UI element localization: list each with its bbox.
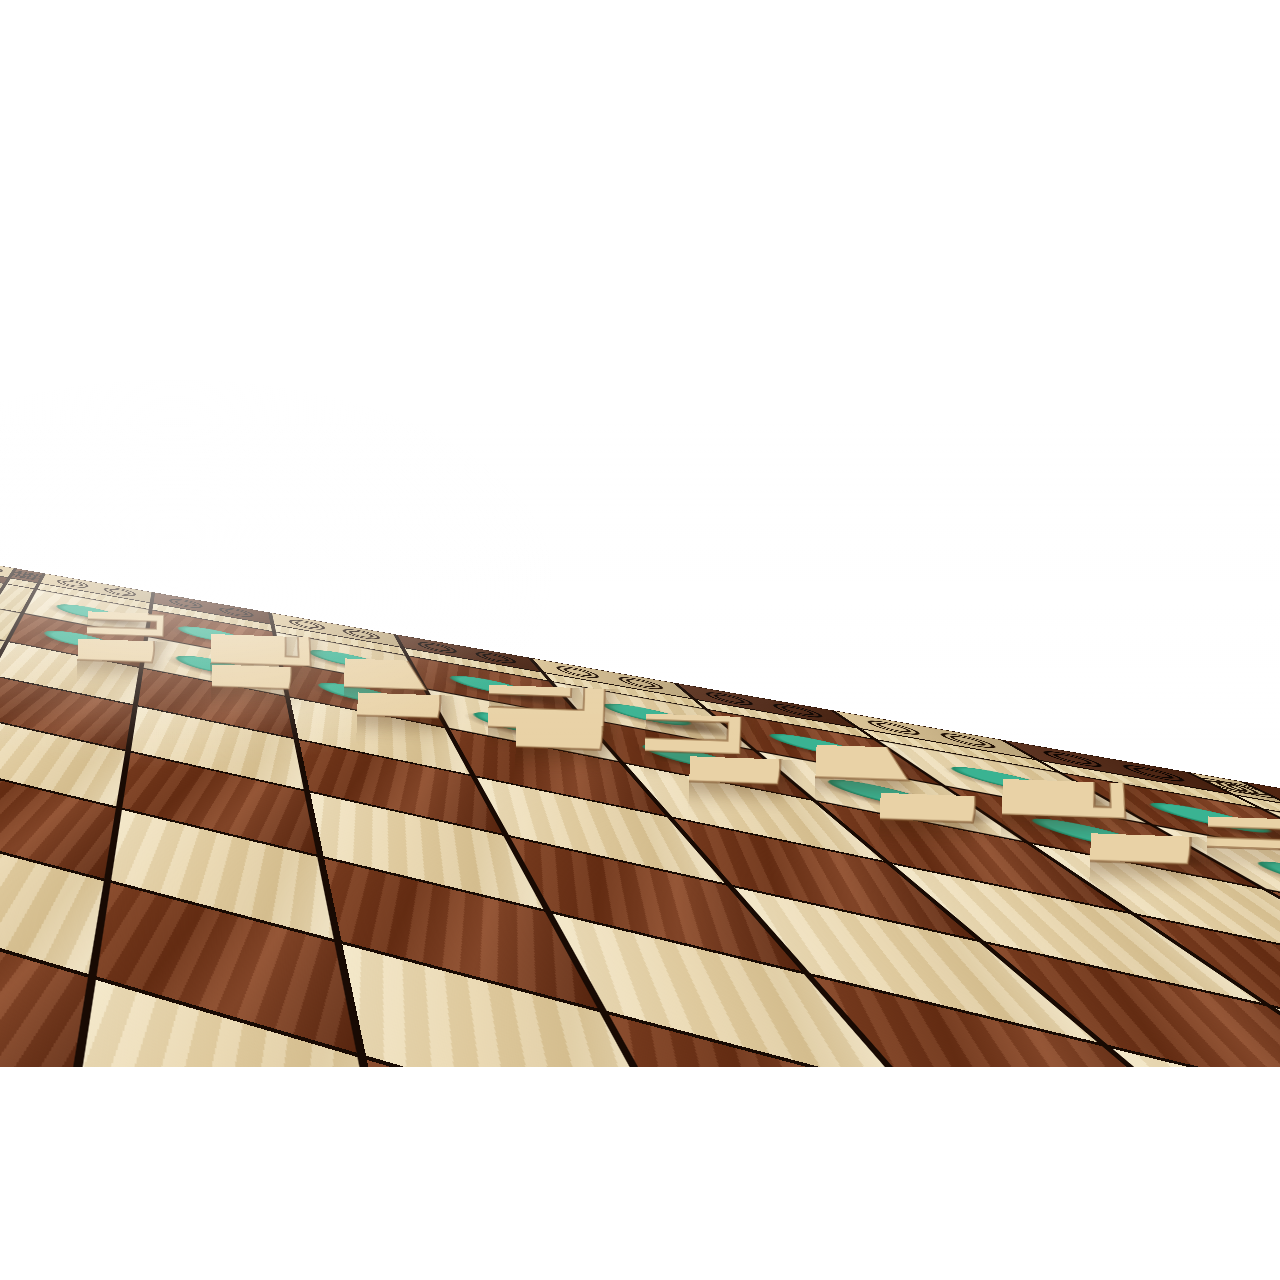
product-photo: ♜♞♝♚♛♝♞♜♟♟♟♟♟♟♟♟	[0, 0, 1280, 1280]
perspective-scene: ♜♞♝♚♛♝♞♜♟♟♟♟♟♟♟♟	[0, 0, 1280, 1280]
scene-rotation: ♜♞♝♚♛♝♞♜♟♟♟♟♟♟♟♟	[0, 0, 1280, 1280]
chess-board: ♜♞♝♚♛♝♞♜♟♟♟♟♟♟♟♟	[0, 560, 1280, 1280]
